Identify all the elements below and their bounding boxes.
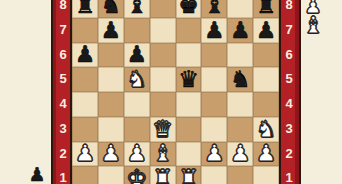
square-h4[interactable] [253,92,279,117]
rank-label-left-3: 3 [51,117,72,142]
captured-tray-left: ♟ [25,165,49,184]
square-c2[interactable]: ♟ [124,142,150,167]
square-e8[interactable]: ♚ [176,0,202,18]
rank-strip-right: 87654321 [281,0,301,184]
square-b5[interactable] [98,67,124,92]
piece-black-king: ♚ [176,0,202,18]
piece-white-pawn: ♟ [201,142,227,167]
square-g3[interactable] [227,117,253,142]
square-e3[interactable] [176,117,202,142]
square-b2[interactable]: ♟ [98,142,124,167]
piece-white-pawn: ♟ [98,142,124,167]
piece-black-rook: ♜ [72,0,98,18]
piece-black-pawn: ♟ [253,18,279,43]
captured-piece-black-pawn: ♟ [28,165,45,184]
piece-white-king: ♚ [124,166,150,184]
square-c8[interactable]: ♝ [124,0,150,18]
square-g5[interactable]: ♞ [227,67,253,92]
square-e1[interactable]: ♜ [176,166,202,184]
rank-label-left-2: 2 [51,142,72,167]
square-f5[interactable] [201,67,227,92]
square-b1[interactable] [98,166,124,184]
square-a5[interactable] [72,67,98,92]
square-e7[interactable] [176,18,202,43]
square-d7[interactable] [150,18,176,43]
piece-black-queen: ♛ [176,67,202,92]
square-b8[interactable]: ♞ [98,0,124,18]
square-b6[interactable] [98,43,124,68]
square-a4[interactable] [72,92,98,117]
piece-black-pawn: ♟ [124,43,150,68]
captured-piece-white-bishop: ♝ [303,16,324,35]
square-f7[interactable]: ♟ [201,18,227,43]
rank-label-right-3: 3 [281,117,301,142]
piece-white-knight: ♞ [124,67,150,92]
piece-black-rook: ♜ [253,0,279,18]
square-f6[interactable] [201,43,227,68]
square-d6[interactable] [150,43,176,68]
square-e4[interactable] [176,92,202,117]
square-h2[interactable]: ♟ [253,142,279,167]
square-g8[interactable] [227,0,253,18]
chess-app-screen: 87654321 87654321 ♜♞♝♚♝♜♟♟♟♟♟♟♞♛♞♛♞♟♟♟♝♟… [0,0,342,184]
square-c4[interactable] [124,92,150,117]
square-e6[interactable] [176,43,202,68]
square-d4[interactable] [150,92,176,117]
piece-white-queen: ♛ [150,117,176,142]
square-c1[interactable]: ♚ [124,166,150,184]
board-border-right [279,0,281,184]
rank-label-left-1: 1 [51,166,72,184]
square-f2[interactable]: ♟ [201,142,227,167]
square-b4[interactable] [98,92,124,117]
rank-label-right-7: 7 [281,18,301,43]
rank-label-right-2: 2 [281,142,301,167]
square-h6[interactable] [253,43,279,68]
piece-black-knight: ♞ [98,0,124,18]
square-h1[interactable] [253,166,279,184]
square-d2[interactable]: ♝ [150,142,176,167]
rank-label-left-7: 7 [51,18,72,43]
square-f3[interactable] [201,117,227,142]
square-f1[interactable] [201,166,227,184]
square-a6[interactable]: ♟ [72,43,98,68]
rank-label-right-6: 6 [281,43,301,68]
piece-black-knight: ♞ [227,67,253,92]
square-d8[interactable] [150,0,176,18]
square-g6[interactable] [227,43,253,68]
square-d1[interactable]: ♜ [150,166,176,184]
square-g7[interactable]: ♟ [227,18,253,43]
square-a1[interactable] [72,166,98,184]
piece-white-pawn: ♟ [124,142,150,167]
piece-white-bishop: ♝ [150,142,176,167]
square-d5[interactable] [150,67,176,92]
rank-label-right-5: 5 [281,67,301,92]
piece-black-pawn: ♟ [201,18,227,43]
square-c3[interactable] [124,117,150,142]
square-f4[interactable] [201,92,227,117]
square-e2[interactable] [176,142,202,167]
square-g4[interactable] [227,92,253,117]
square-c6[interactable]: ♟ [124,43,150,68]
captured-tray-right: ♟♝ [299,0,327,35]
square-d3[interactable]: ♛ [150,117,176,142]
rank-label-left-5: 5 [51,67,72,92]
square-a2[interactable]: ♟ [72,142,98,167]
piece-black-pawn: ♟ [98,18,124,43]
rank-label-left-8: 8 [51,0,72,18]
square-b7[interactable]: ♟ [98,18,124,43]
rank-label-right-4: 4 [281,92,301,117]
square-e5[interactable]: ♛ [176,67,202,92]
piece-white-rook: ♜ [150,166,176,184]
piece-black-pawn: ♟ [72,43,98,68]
piece-white-rook: ♜ [176,166,202,184]
square-c5[interactable]: ♞ [124,67,150,92]
square-g1[interactable] [227,166,253,184]
square-g2[interactable]: ♟ [227,142,253,167]
square-a7[interactable] [72,18,98,43]
piece-white-pawn: ♟ [72,142,98,167]
square-c7[interactable] [124,18,150,43]
piece-white-pawn: ♟ [227,142,253,167]
square-f8[interactable]: ♝ [201,0,227,18]
square-a3[interactable] [72,117,98,142]
square-b3[interactable] [98,117,124,142]
piece-black-bishop: ♝ [124,0,150,18]
rank-strip-left: 87654321 [51,0,72,184]
square-h5[interactable] [253,67,279,92]
piece-white-knight: ♞ [253,117,279,142]
rank-label-left-6: 6 [51,43,72,68]
square-h3[interactable]: ♞ [253,117,279,142]
piece-black-bishop: ♝ [201,0,227,18]
square-h7[interactable]: ♟ [253,18,279,43]
square-h8[interactable]: ♜ [253,0,279,18]
chess-board: ♜♞♝♚♝♜♟♟♟♟♟♟♞♛♞♛♞♟♟♟♝♟♟♟♚♜♜ [72,0,279,184]
rank-label-right-8: 8 [281,0,301,18]
rank-label-left-4: 4 [51,92,72,117]
piece-black-pawn: ♟ [227,18,253,43]
square-a8[interactable]: ♜ [72,0,98,18]
piece-white-pawn: ♟ [253,142,279,167]
rank-label-right-1: 1 [281,166,301,184]
